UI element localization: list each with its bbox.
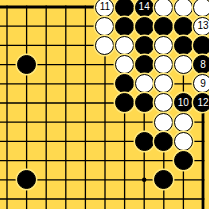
- board-point[interactable]: [174, 151, 194, 170]
- white-stone[interactable]: 13: [193, 17, 209, 36]
- white-stone[interactable]: [174, 113, 193, 132]
- board-point[interactable]: [56, 55, 76, 74]
- board-point[interactable]: [0, 189, 17, 208]
- board-point[interactable]: [134, 132, 154, 151]
- black-stone[interactable]: [154, 17, 173, 36]
- board-point[interactable]: 12: [193, 93, 209, 112]
- black-stone[interactable]: 10: [174, 93, 193, 112]
- black-stone[interactable]: [135, 17, 154, 36]
- board-point[interactable]: [76, 0, 96, 17]
- board-point[interactable]: [76, 17, 96, 36]
- board-point[interactable]: [174, 36, 194, 55]
- board-point[interactable]: [95, 74, 115, 93]
- board-point[interactable]: [76, 132, 96, 151]
- board-point[interactable]: [174, 132, 194, 151]
- white-stone[interactable]: [174, 0, 193, 17]
- board-point[interactable]: [36, 36, 56, 55]
- board-point[interactable]: [56, 189, 76, 208]
- board-point[interactable]: [56, 0, 76, 17]
- move-number-label: 14: [139, 2, 150, 12]
- board-point[interactable]: [76, 36, 96, 55]
- black-stone[interactable]: [17, 55, 36, 74]
- move-number-label: 9: [200, 79, 206, 89]
- board-points-layer: 111413891012: [0, 0, 209, 208]
- board-point[interactable]: [95, 93, 115, 112]
- board-point[interactable]: [56, 170, 76, 189]
- board-point[interactable]: 10: [174, 93, 194, 112]
- board-point[interactable]: [115, 170, 135, 189]
- board-point[interactable]: [134, 93, 154, 112]
- board-point[interactable]: [56, 132, 76, 151]
- board-point[interactable]: [17, 132, 37, 151]
- screenshot: 111413891012: [0, 0, 209, 209]
- white-stone[interactable]: [154, 55, 173, 74]
- board-point[interactable]: [0, 151, 17, 170]
- board-point[interactable]: [0, 170, 17, 189]
- move-number-label: 10: [178, 98, 189, 108]
- board-point[interactable]: [76, 151, 96, 170]
- board-point[interactable]: [36, 17, 56, 36]
- board-point[interactable]: [154, 132, 174, 151]
- board-point[interactable]: [115, 36, 135, 55]
- board-point[interactable]: [36, 0, 56, 17]
- board-point[interactable]: [193, 113, 209, 132]
- white-stone[interactable]: 11: [95, 0, 114, 17]
- board-point[interactable]: [154, 93, 174, 112]
- black-stone[interactable]: [17, 170, 36, 189]
- black-stone[interactable]: [135, 132, 154, 151]
- white-stone[interactable]: [95, 17, 114, 36]
- board-point[interactable]: [115, 132, 135, 151]
- black-stone[interactable]: [135, 93, 154, 112]
- board-point[interactable]: [174, 55, 194, 74]
- board-point[interactable]: [95, 151, 115, 170]
- board-point[interactable]: [134, 17, 154, 36]
- board-point[interactable]: [56, 93, 76, 112]
- board-point[interactable]: [154, 170, 174, 189]
- board-point[interactable]: [95, 17, 115, 36]
- black-stone[interactable]: 8: [193, 55, 209, 74]
- board-point[interactable]: [0, 132, 17, 151]
- board-point[interactable]: [36, 74, 56, 93]
- black-stone[interactable]: [154, 132, 173, 151]
- board-point[interactable]: [0, 74, 17, 93]
- board-point[interactable]: [76, 55, 96, 74]
- board-point[interactable]: [115, 55, 135, 74]
- board-point[interactable]: [193, 151, 209, 170]
- board-point[interactable]: [56, 74, 76, 93]
- board-point[interactable]: [17, 74, 37, 93]
- board-point[interactable]: [17, 93, 37, 112]
- black-stone[interactable]: 12: [193, 93, 209, 112]
- board-point[interactable]: [17, 170, 37, 189]
- black-stone[interactable]: [174, 151, 193, 170]
- board-point[interactable]: [193, 189, 209, 208]
- black-stone[interactable]: [115, 17, 134, 36]
- board-point[interactable]: [17, 113, 37, 132]
- board-point[interactable]: [154, 55, 174, 74]
- board-point[interactable]: [36, 170, 56, 189]
- white-stone[interactable]: [154, 93, 173, 112]
- board-point[interactable]: [174, 113, 194, 132]
- black-stone[interactable]: [135, 36, 154, 55]
- board-point[interactable]: [193, 36, 209, 55]
- board-point[interactable]: [76, 74, 96, 93]
- white-stone[interactable]: [115, 55, 134, 74]
- white-stone[interactable]: [154, 113, 173, 132]
- board-point[interactable]: [154, 36, 174, 55]
- board-point[interactable]: [115, 151, 135, 170]
- black-stone[interactable]: [174, 17, 193, 36]
- board-point[interactable]: [36, 189, 56, 208]
- white-stone[interactable]: [154, 0, 173, 17]
- board-point[interactable]: [134, 36, 154, 55]
- black-stone[interactable]: [154, 170, 173, 189]
- board-point[interactable]: [36, 151, 56, 170]
- black-stone[interactable]: [115, 0, 134, 17]
- board-point[interactable]: [193, 132, 209, 151]
- board-point[interactable]: [115, 17, 135, 36]
- board-point[interactable]: [36, 55, 56, 74]
- board-point[interactable]: [95, 36, 115, 55]
- board-point[interactable]: [76, 170, 96, 189]
- board-point[interactable]: [0, 0, 17, 17]
- board-point[interactable]: [17, 55, 37, 74]
- board-point[interactable]: [0, 17, 17, 36]
- white-stone[interactable]: [154, 36, 173, 55]
- board-point[interactable]: 8: [193, 55, 209, 74]
- board-point[interactable]: [56, 113, 76, 132]
- move-number-label: 11: [100, 2, 110, 12]
- board-point[interactable]: [174, 17, 194, 36]
- board-point[interactable]: 14: [134, 0, 154, 17]
- board-point[interactable]: [115, 74, 135, 93]
- board-point[interactable]: [17, 189, 37, 208]
- board-point[interactable]: [95, 189, 115, 208]
- board-point[interactable]: 9: [193, 74, 209, 93]
- white-stone[interactable]: [95, 36, 114, 55]
- board-point[interactable]: [36, 93, 56, 112]
- board-point[interactable]: [134, 113, 154, 132]
- board-point[interactable]: [17, 36, 37, 55]
- white-stone[interactable]: [174, 132, 193, 151]
- black-stone[interactable]: [115, 74, 134, 93]
- board-point[interactable]: [154, 74, 174, 93]
- move-number-label: 8: [200, 60, 206, 70]
- board-point[interactable]: [0, 93, 17, 112]
- board-point[interactable]: [174, 189, 194, 208]
- black-stone[interactable]: [135, 55, 154, 74]
- board-point[interactable]: [17, 151, 37, 170]
- go-board[interactable]: 111413891012: [0, 0, 209, 209]
- board-point[interactable]: [174, 74, 194, 93]
- board-point[interactable]: [0, 113, 17, 132]
- board-point[interactable]: [154, 17, 174, 36]
- board-point[interactable]: [154, 113, 174, 132]
- white-stone[interactable]: [193, 0, 209, 17]
- board-point[interactable]: [134, 55, 154, 74]
- board-point[interactable]: 11: [95, 0, 115, 17]
- white-stone[interactable]: 9: [193, 74, 209, 93]
- black-stone[interactable]: [115, 93, 134, 112]
- black-stone[interactable]: [193, 36, 209, 55]
- board-point[interactable]: [76, 93, 96, 112]
- board-point[interactable]: [154, 151, 174, 170]
- black-stone[interactable]: [174, 36, 193, 55]
- board-point[interactable]: [154, 0, 174, 17]
- white-stone[interactable]: [174, 55, 193, 74]
- board-point[interactable]: [36, 113, 56, 132]
- white-stone[interactable]: [135, 74, 154, 93]
- board-point[interactable]: [174, 170, 194, 189]
- board-point[interactable]: [56, 17, 76, 36]
- board-point[interactable]: [115, 113, 135, 132]
- move-number-label: 13: [197, 21, 208, 31]
- board-point[interactable]: [154, 189, 174, 208]
- board-point[interactable]: [56, 36, 76, 55]
- board-point[interactable]: [193, 170, 209, 189]
- board-point[interactable]: [134, 170, 154, 189]
- board-point[interactable]: [134, 189, 154, 208]
- white-stone[interactable]: [154, 74, 173, 93]
- board-point[interactable]: [115, 0, 135, 17]
- board-point[interactable]: [115, 189, 135, 208]
- board-point[interactable]: [0, 36, 17, 55]
- board-point[interactable]: [134, 151, 154, 170]
- board-point[interactable]: [95, 113, 115, 132]
- board-point[interactable]: [36, 132, 56, 151]
- board-point[interactable]: [134, 74, 154, 93]
- board-point[interactable]: [95, 170, 115, 189]
- board-point[interactable]: [174, 0, 194, 17]
- board-point[interactable]: [115, 93, 135, 112]
- black-stone[interactable]: 14: [135, 0, 154, 17]
- board-point[interactable]: [76, 189, 96, 208]
- board-point[interactable]: [56, 151, 76, 170]
- board-point[interactable]: 13: [193, 17, 209, 36]
- board-point[interactable]: [76, 113, 96, 132]
- move-number-label: 12: [197, 98, 208, 108]
- board-point[interactable]: [17, 0, 37, 17]
- board-point[interactable]: [95, 55, 115, 74]
- board-point[interactable]: [95, 132, 115, 151]
- board-point[interactable]: [0, 55, 17, 74]
- white-stone[interactable]: [115, 36, 134, 55]
- board-point[interactable]: [17, 17, 37, 36]
- board-point[interactable]: [193, 0, 209, 17]
